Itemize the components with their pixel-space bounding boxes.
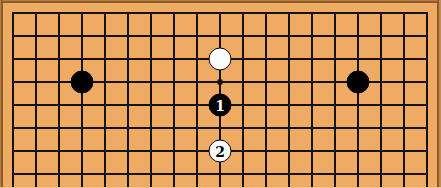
grid-vertical-line — [35, 12, 37, 187]
grid-vertical-line — [380, 12, 382, 187]
stone-move-number: 2 — [215, 144, 225, 158]
stone-black — [347, 71, 370, 94]
board-frame-right-edge — [437, 0, 441, 188]
grid-vertical-line — [12, 12, 14, 187]
stone-white — [209, 48, 232, 71]
grid-horizontal-line — [12, 12, 428, 14]
grid-vertical-line — [173, 12, 175, 187]
grid-vertical-line — [334, 12, 336, 187]
grid-horizontal-line — [12, 35, 428, 37]
grid-vertical-line — [104, 12, 106, 187]
stone-move-number: 1 — [215, 98, 225, 112]
stone-black — [71, 71, 94, 94]
hoshi-star-point-marker — [218, 80, 223, 85]
grid-vertical-line — [127, 12, 129, 187]
grid-vertical-line — [426, 12, 428, 187]
stone-white-2: 2 — [209, 140, 232, 163]
board-frame-bottom-strip — [0, 187, 441, 188]
board-frame-left-edge — [0, 0, 3, 188]
grid-horizontal-line — [12, 173, 428, 175]
grid-vertical-line — [311, 12, 313, 187]
grid-vertical-line — [81, 12, 83, 187]
grid-vertical-line — [403, 12, 405, 187]
grid-horizontal-line — [12, 127, 428, 129]
stone-black-1: 1 — [209, 94, 232, 117]
grid-vertical-line — [150, 12, 152, 187]
grid-vertical-line — [357, 12, 359, 187]
grid-vertical-line — [242, 12, 244, 187]
grid-vertical-line — [288, 12, 290, 187]
grid-vertical-line — [58, 12, 60, 187]
go-board-diagram: 12 — [0, 0, 441, 188]
grid-vertical-line — [196, 12, 198, 187]
board-frame-top-edge — [0, 0, 441, 3]
grid-vertical-line — [265, 12, 267, 187]
